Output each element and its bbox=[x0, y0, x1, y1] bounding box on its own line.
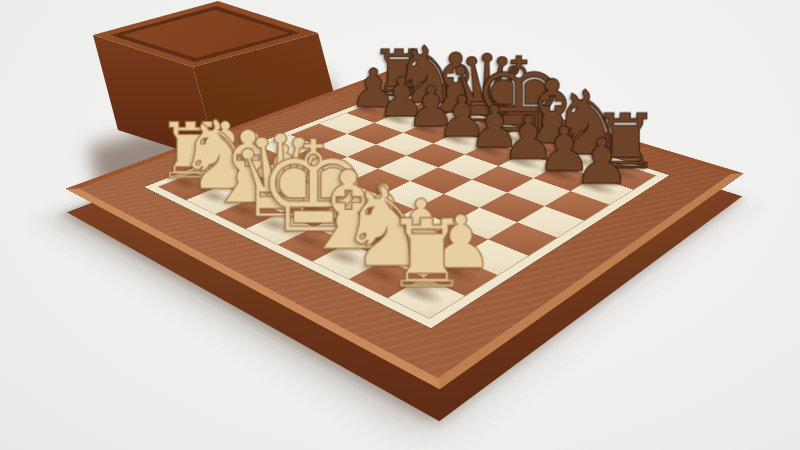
chess-board: ♜♞♝♛♚♝♞♜♟♟♟♟♟♟♟♟♟♟♟♟♟♟♟♟♜♞♝♛♚♝♞♜ bbox=[66, 69, 744, 390]
board-scene: ♜♞♝♛♚♝♞♜♟♟♟♟♟♟♟♟♟♟♟♟♟♟♟♟♜♞♝♛♚♝♞♜ bbox=[0, 0, 800, 450]
product-photo-stage: ♜♞♝♛♚♝♞♜♟♟♟♟♟♟♟♟♟♟♟♟♟♟♟♟♜♞♝♛♚♝♞♜ bbox=[0, 0, 800, 450]
